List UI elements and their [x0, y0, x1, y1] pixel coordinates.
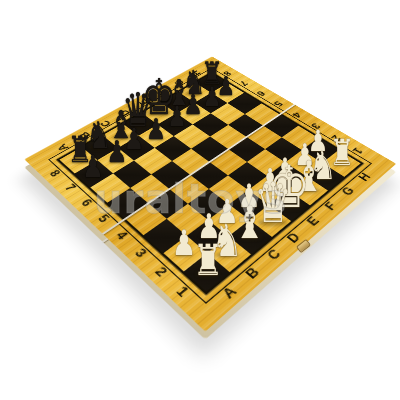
rank-label-far-2: 2: [328, 133, 344, 143]
file-label-far-H: H: [189, 69, 204, 77]
rank-label-far-8: 8: [221, 70, 234, 78]
file-label-near-B: B: [241, 264, 262, 281]
chess-board: 88AA77BB66CC55DD44EE33FF22GG11HH: [24, 56, 396, 331]
file-label-far-A: A: [55, 141, 73, 152]
rank-label-near-4: 4: [113, 228, 132, 242]
file-label-far-E: E: [136, 98, 151, 107]
file-label-far-F: F: [155, 88, 170, 97]
rank-label-far-5: 5: [271, 99, 285, 108]
rank-label-near-5: 5: [95, 212, 113, 225]
rank-label-near-1: 1: [173, 283, 193, 300]
file-label-far-D: D: [117, 108, 133, 118]
file-label-near-H: H: [354, 170, 373, 183]
rank-label-far-1: 1: [349, 145, 365, 156]
file-label-near-A: A: [219, 283, 240, 302]
file-label-far-B: B: [76, 130, 93, 141]
file-label-far-C: C: [97, 118, 114, 128]
file-label-near-F: F: [321, 199, 339, 212]
rank-label-near-6: 6: [78, 196, 96, 209]
rank-label-far-3: 3: [308, 121, 323, 131]
chess-set-photo: 88AA77BB66CC55DD44EE33FF22GG11HH ♜♞♟♝♟♚♟…: [0, 0, 400, 400]
rank-label-near-7: 7: [62, 181, 80, 193]
file-label-far-G: G: [172, 78, 187, 87]
rank-label-near-8: 8: [47, 167, 64, 178]
board-grid: [59, 73, 360, 291]
file-label-near-G: G: [338, 184, 357, 198]
file-label-near-E: E: [303, 214, 322, 228]
rank-label-near-2: 2: [152, 263, 171, 279]
rank-label-far-7: 7: [237, 79, 251, 87]
rank-label-near-3: 3: [132, 245, 151, 260]
rank-label-far-4: 4: [289, 110, 304, 119]
rank-label-far-6: 6: [253, 89, 267, 97]
file-label-near-C: C: [263, 246, 283, 263]
